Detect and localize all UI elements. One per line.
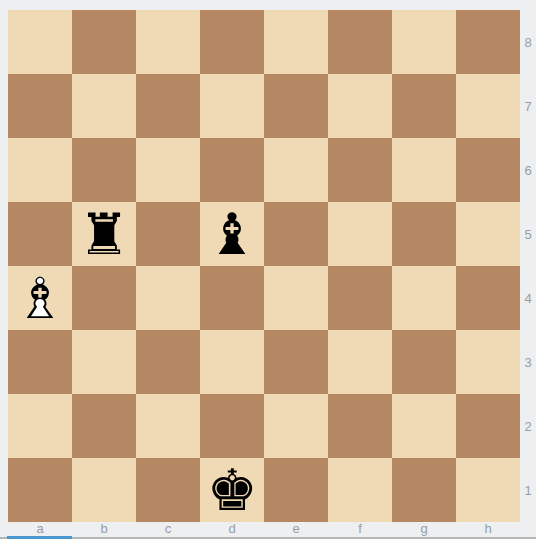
- square-d6[interactable]: [200, 138, 264, 202]
- chess-board: ♜♝♝♗♚: [8, 10, 520, 522]
- square-g3[interactable]: [392, 330, 456, 394]
- square-h7[interactable]: [456, 74, 520, 138]
- rank-label-2: 2: [520, 394, 536, 458]
- square-f8[interactable]: [328, 10, 392, 74]
- square-b3[interactable]: [72, 330, 136, 394]
- rank-label-8: 8: [520, 10, 536, 74]
- file-label-a: a: [8, 521, 72, 536]
- square-d1[interactable]: ♚: [200, 458, 264, 522]
- file-label-g: g: [392, 521, 456, 536]
- rank-label-6: 6: [520, 138, 536, 202]
- black-bishop[interactable]: ♝: [200, 202, 264, 266]
- bishop-glyph: ♝: [206, 206, 257, 263]
- square-c3[interactable]: [136, 330, 200, 394]
- square-a2[interactable]: [8, 394, 72, 458]
- file-label-h: h: [456, 521, 520, 536]
- square-f6[interactable]: [328, 138, 392, 202]
- white-bishop[interactable]: ♝♗: [8, 266, 72, 330]
- square-b7[interactable]: [72, 74, 136, 138]
- square-c1[interactable]: [136, 458, 200, 522]
- file-label-f: f: [328, 521, 392, 536]
- square-a3[interactable]: [8, 330, 72, 394]
- square-a8[interactable]: [8, 10, 72, 74]
- square-f3[interactable]: [328, 330, 392, 394]
- square-a7[interactable]: [8, 74, 72, 138]
- square-c4[interactable]: [136, 266, 200, 330]
- square-f2[interactable]: [328, 394, 392, 458]
- rank-label-4: 4: [520, 266, 536, 330]
- king-glyph: ♚: [206, 462, 257, 519]
- square-c5[interactable]: [136, 202, 200, 266]
- bishop-glyph: ♗: [14, 270, 65, 327]
- square-b5[interactable]: ♜: [72, 202, 136, 266]
- square-e5[interactable]: [264, 202, 328, 266]
- square-a6[interactable]: [8, 138, 72, 202]
- square-a1[interactable]: [8, 458, 72, 522]
- square-e1[interactable]: [264, 458, 328, 522]
- square-h2[interactable]: [456, 394, 520, 458]
- square-c7[interactable]: [136, 74, 200, 138]
- square-h5[interactable]: [456, 202, 520, 266]
- square-h1[interactable]: [456, 458, 520, 522]
- square-b6[interactable]: [72, 138, 136, 202]
- rank-label-3: 3: [520, 330, 536, 394]
- square-h6[interactable]: [456, 138, 520, 202]
- square-f5[interactable]: [328, 202, 392, 266]
- black-king[interactable]: ♚: [200, 458, 264, 522]
- square-g4[interactable]: [392, 266, 456, 330]
- square-e8[interactable]: [264, 10, 328, 74]
- square-g8[interactable]: [392, 10, 456, 74]
- square-b1[interactable]: [72, 458, 136, 522]
- square-d3[interactable]: [200, 330, 264, 394]
- file-label-d: d: [200, 521, 264, 536]
- rank-label-1: 1: [520, 458, 536, 522]
- square-g1[interactable]: [392, 458, 456, 522]
- square-b8[interactable]: [72, 10, 136, 74]
- square-c2[interactable]: [136, 394, 200, 458]
- square-g2[interactable]: [392, 394, 456, 458]
- file-label-c: c: [136, 521, 200, 536]
- square-b2[interactable]: [72, 394, 136, 458]
- square-d4[interactable]: [200, 266, 264, 330]
- square-d8[interactable]: [200, 10, 264, 74]
- square-f1[interactable]: [328, 458, 392, 522]
- page: ♜♝♝♗♚ 87654321 abcdefgh: [0, 0, 536, 539]
- square-d7[interactable]: [200, 74, 264, 138]
- file-labels: abcdefgh: [8, 521, 520, 536]
- square-e2[interactable]: [264, 394, 328, 458]
- square-g7[interactable]: [392, 74, 456, 138]
- square-h8[interactable]: [456, 10, 520, 74]
- square-f7[interactable]: [328, 74, 392, 138]
- rank-labels: 87654321: [520, 10, 536, 522]
- square-d5[interactable]: ♝: [200, 202, 264, 266]
- square-e7[interactable]: [264, 74, 328, 138]
- square-c6[interactable]: [136, 138, 200, 202]
- rook-glyph: ♜: [78, 206, 129, 263]
- square-h4[interactable]: [456, 266, 520, 330]
- black-rook[interactable]: ♜: [72, 202, 136, 266]
- square-e3[interactable]: [264, 330, 328, 394]
- square-g5[interactable]: [392, 202, 456, 266]
- rank-label-7: 7: [520, 74, 536, 138]
- square-h3[interactable]: [456, 330, 520, 394]
- file-label-b: b: [72, 521, 136, 536]
- square-a5[interactable]: [8, 202, 72, 266]
- square-e6[interactable]: [264, 138, 328, 202]
- square-d2[interactable]: [200, 394, 264, 458]
- square-c8[interactable]: [136, 10, 200, 74]
- file-label-e: e: [264, 521, 328, 536]
- rank-label-5: 5: [520, 202, 536, 266]
- square-a4[interactable]: ♝♗: [8, 266, 72, 330]
- square-e4[interactable]: [264, 266, 328, 330]
- square-g6[interactable]: [392, 138, 456, 202]
- square-f4[interactable]: [328, 266, 392, 330]
- square-b4[interactable]: [72, 266, 136, 330]
